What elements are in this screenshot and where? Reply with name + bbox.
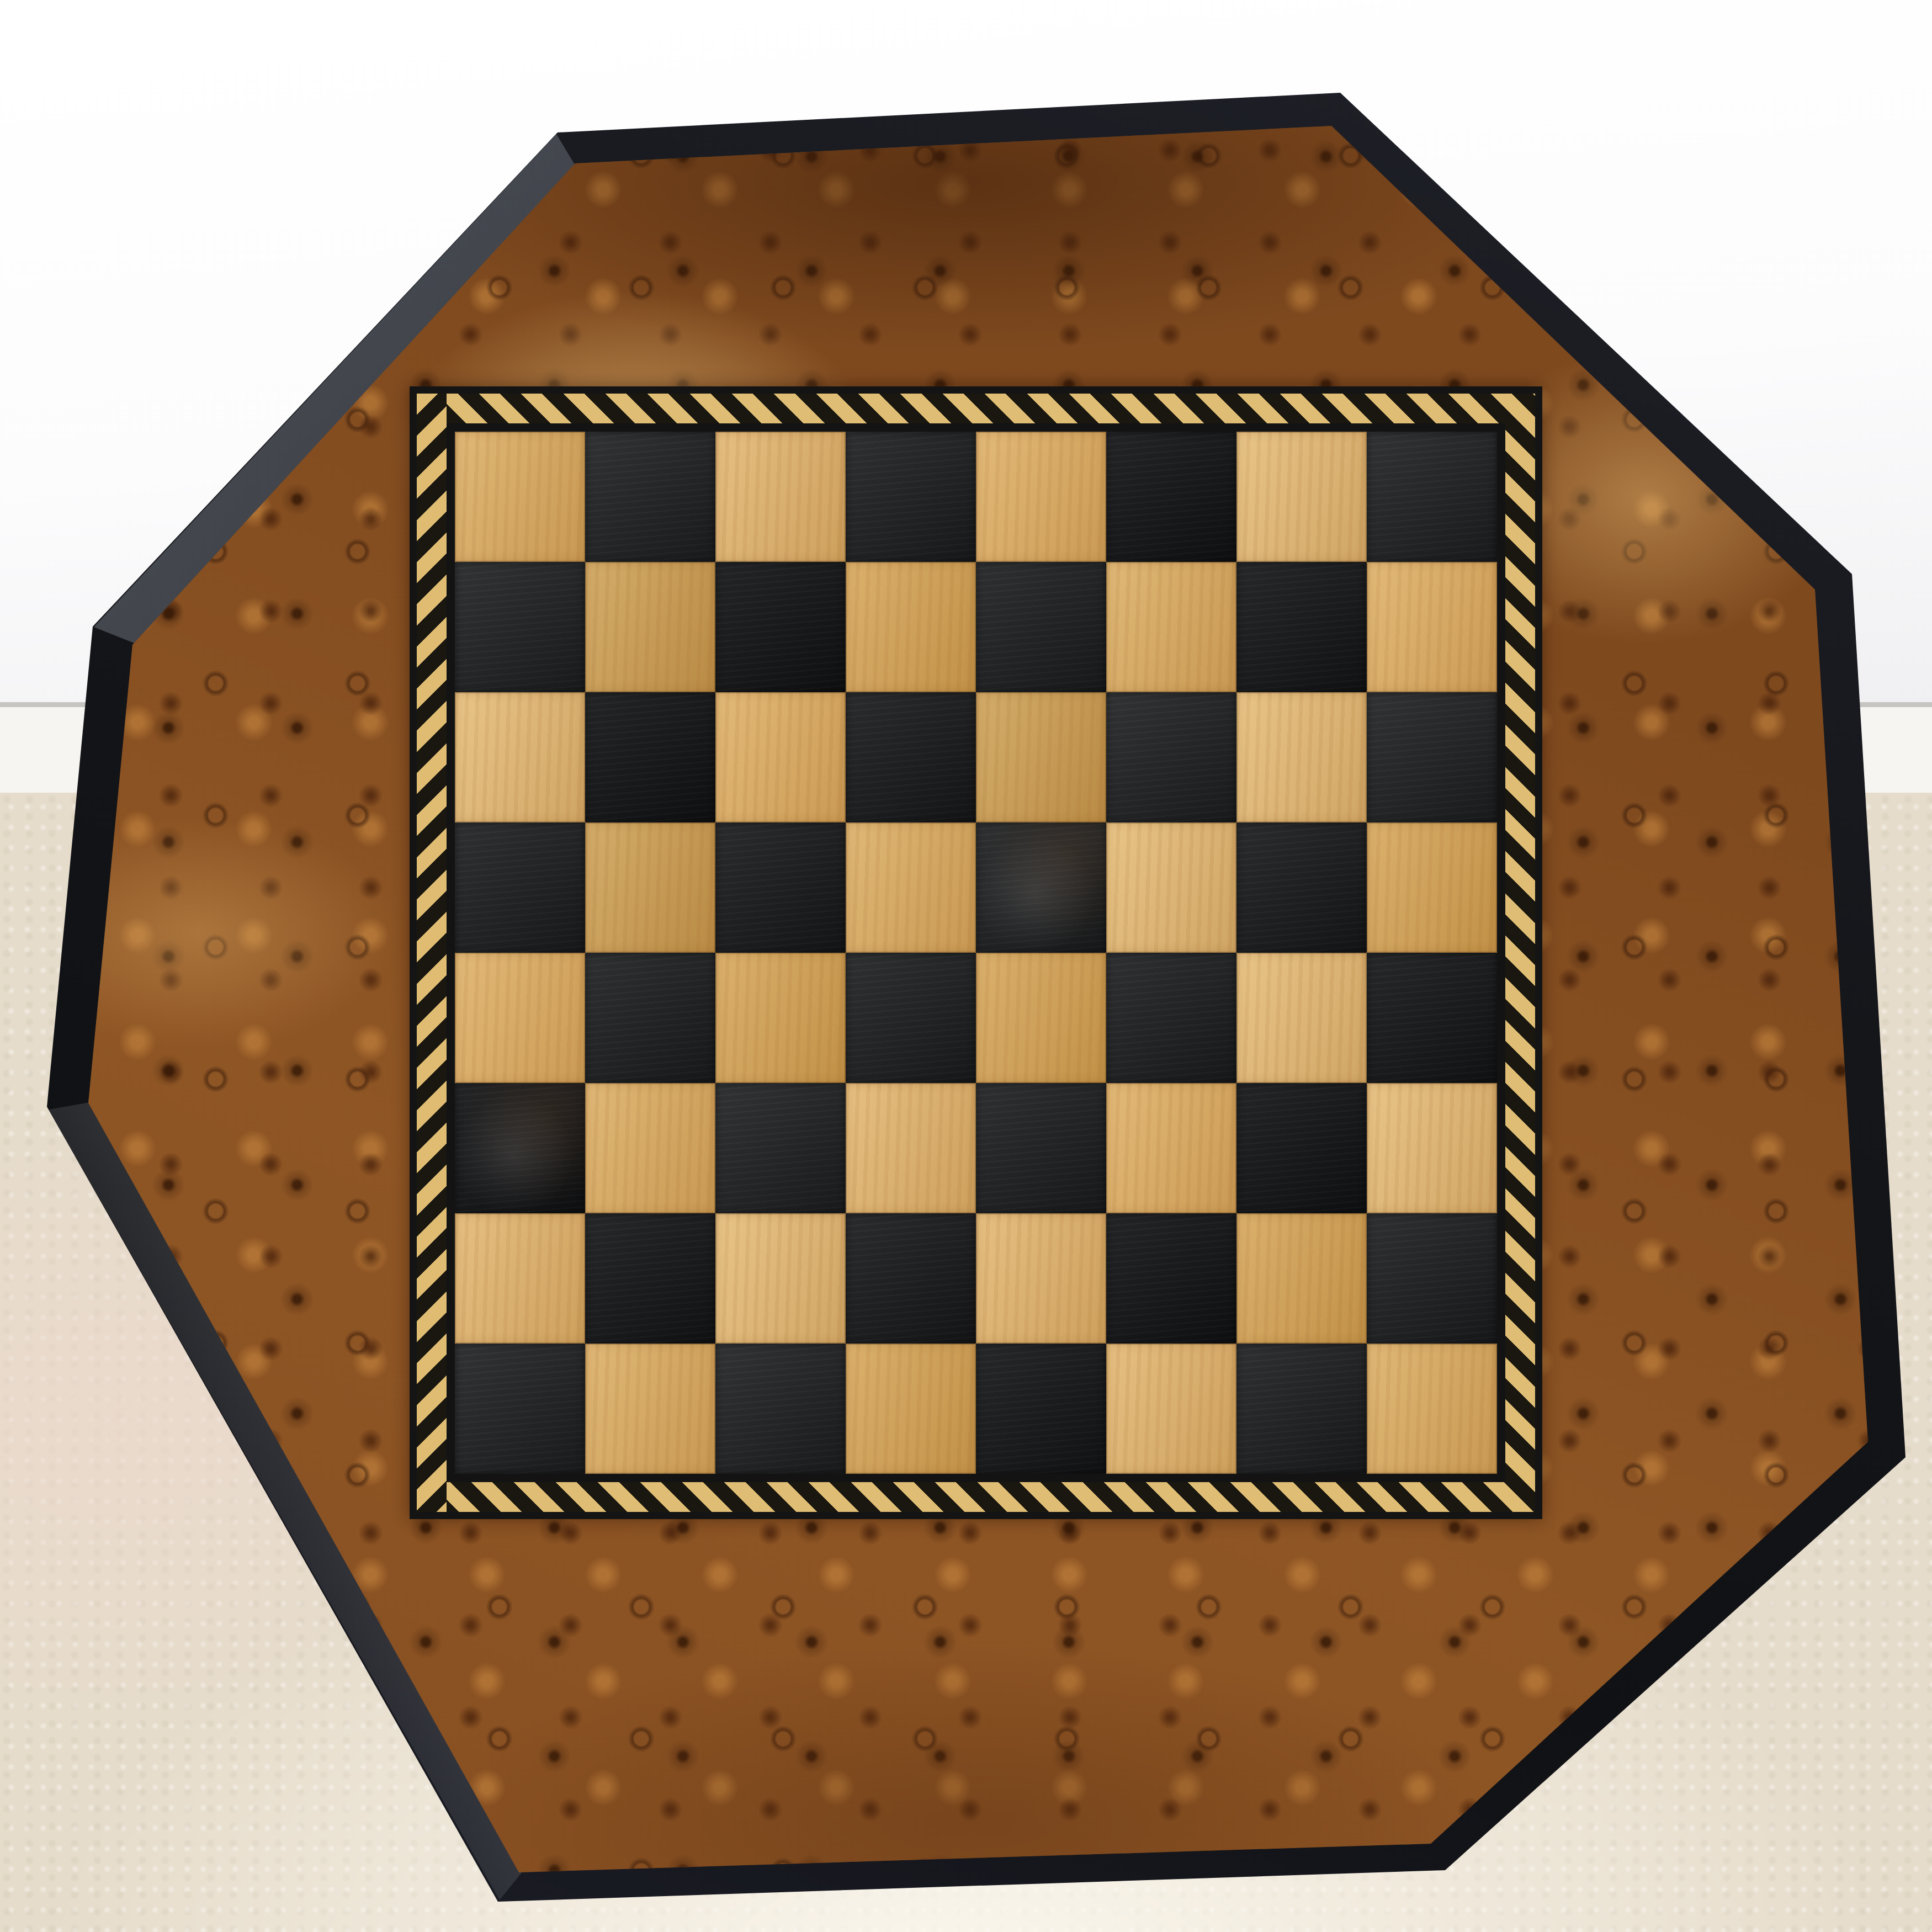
square-g6 (1236, 692, 1367, 822)
square-h5 (1367, 822, 1497, 953)
square-f5 (1106, 822, 1236, 953)
square-d4 (846, 953, 976, 1083)
square-a8 (455, 432, 585, 562)
square-f2 (1106, 1213, 1236, 1344)
square-a3 (455, 1083, 585, 1213)
square-e8 (976, 432, 1106, 562)
square-c5 (715, 822, 846, 953)
square-h6 (1367, 692, 1497, 822)
square-h7 (1367, 562, 1497, 692)
square-h2 (1367, 1213, 1497, 1344)
square-g8 (1236, 432, 1367, 562)
square-e1 (976, 1344, 1106, 1474)
chess-board (410, 386, 1542, 1519)
square-e7 (976, 562, 1106, 692)
square-a5 (455, 822, 585, 953)
square-f7 (1106, 562, 1236, 692)
square-d6 (846, 692, 976, 822)
square-d2 (846, 1213, 976, 1344)
square-e2 (976, 1213, 1106, 1344)
square-c4 (715, 953, 846, 1083)
square-g4 (1236, 953, 1367, 1083)
square-g7 (1236, 562, 1367, 692)
square-d1 (846, 1344, 976, 1474)
square-d5 (846, 822, 976, 953)
square-c2 (715, 1213, 846, 1344)
square-b1 (585, 1344, 715, 1474)
striped-inlay-band-left (417, 394, 447, 1512)
square-e6 (976, 692, 1106, 822)
square-b2 (585, 1213, 715, 1344)
square-e5 (976, 822, 1106, 953)
square-g5 (1236, 822, 1367, 953)
square-d8 (846, 432, 976, 562)
square-a4 (455, 953, 585, 1083)
square-f1 (1106, 1344, 1236, 1474)
square-c3 (715, 1083, 846, 1213)
square-b6 (585, 692, 715, 822)
square-f3 (1106, 1083, 1236, 1213)
square-a2 (455, 1213, 585, 1344)
square-b4 (585, 953, 715, 1083)
square-g2 (1236, 1213, 1367, 1344)
square-h4 (1367, 953, 1497, 1083)
square-c6 (715, 692, 846, 822)
square-f6 (1106, 692, 1236, 822)
square-e3 (976, 1083, 1106, 1213)
square-b5 (585, 822, 715, 953)
square-b7 (585, 562, 715, 692)
square-a6 (455, 692, 585, 822)
square-b3 (585, 1083, 715, 1213)
scene (0, 0, 1932, 1932)
square-h1 (1367, 1344, 1497, 1474)
square-c8 (715, 432, 846, 562)
square-h3 (1367, 1083, 1497, 1213)
square-e4 (976, 953, 1106, 1083)
square-c1 (715, 1344, 846, 1474)
square-g3 (1236, 1083, 1367, 1213)
square-c7 (715, 562, 846, 692)
square-h8 (1367, 432, 1497, 562)
square-d3 (846, 1083, 976, 1213)
square-a7 (455, 562, 585, 692)
square-g1 (1236, 1344, 1367, 1474)
square-b8 (585, 432, 715, 562)
square-d7 (846, 562, 976, 692)
board-grid (455, 432, 1497, 1474)
square-f8 (1106, 432, 1236, 562)
square-a1 (455, 1344, 585, 1474)
square-f4 (1106, 953, 1236, 1083)
